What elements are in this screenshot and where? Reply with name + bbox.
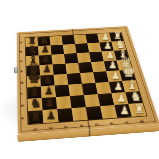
coordinate-label-a: a [19,117,24,120]
board-grid: ♜♟♟♜♞♟♟♞♝♟♟♝♛♟♟♛♚♟♟♚♝♟♟♝♞♟♟♞♜♟♟♜ [24,31,147,124]
square-r8-c4[interactable] [71,107,88,121]
square-r2-c4[interactable] [62,43,76,53]
coordinate-label-8: 8 [138,119,144,122]
coordinate-label-b: b [19,104,24,107]
photo-stage: ♜♟♟♜♞♟♟♞♝♟♟♝♛♟♟♛♚♟♟♚♝♟♟♝♞♟♟♞♜♟♟♜ 1234567… [0,0,159,159]
square-r3-c4[interactable] [64,53,78,63]
square-r6-c7[interactable]: ♟ [108,81,124,93]
black-knight[interactable]: ♞ [29,96,41,109]
square-r8-c1[interactable]: ♜ [27,110,42,124]
square-r3-c6[interactable] [89,51,104,61]
coordinate-label-7: 7 [123,120,129,123]
square-r1-c4[interactable] [61,35,74,44]
coordinate-label-5: 5 [93,122,99,125]
white-pawn[interactable]: ♟ [108,60,117,70]
square-r7-c7[interactable]: ♟ [111,92,128,105]
square-r5-c3[interactable] [53,73,68,85]
square-r6-c2[interactable]: ♟ [40,85,55,97]
coordinate-label-h: h [18,41,22,43]
coordinate-label-e: e [19,70,24,72]
black-pawn[interactable]: ♟ [43,86,52,97]
coordinate-label-g: g [18,50,22,52]
white-pawn[interactable]: ♟ [119,105,129,116]
square-r2-c3[interactable] [50,44,64,54]
square-r8-c7[interactable]: ♟ [114,104,132,118]
square-r8-c3[interactable] [57,108,73,122]
metal-clasp [14,67,18,73]
square-r6-c4[interactable] [68,83,84,95]
square-r5-c4[interactable] [66,73,81,85]
square-r8-c8[interactable]: ♜ [128,103,146,117]
square-r6-c3[interactable] [54,84,69,96]
square-r7-c3[interactable] [55,96,71,109]
black-pawn[interactable]: ♟ [45,110,55,121]
board-side-edge [16,123,159,141]
perspective-scene: ♜♟♟♜♞♟♟♞♝♟♟♝♛♟♟♛♚♟♟♚♝♟♟♝♞♟♟♞♜♟♟♜ 1234567… [0,0,159,159]
black-pawn[interactable]: ♟ [44,97,54,108]
square-r8-c2[interactable]: ♟ [42,109,58,123]
board-frame: ♜♟♟♜♞♟♟♞♝♟♟♝♛♟♟♛♚♟♟♚♝♟♟♝♞♟♟♞♜♟♟♜ 1234567… [16,26,159,134]
coordinate-label-f: f [19,60,24,62]
square-r7-c2[interactable]: ♟ [41,96,56,109]
square-r3-c3[interactable] [51,53,65,64]
white-pawn[interactable]: ♟ [116,93,126,104]
white-knight[interactable]: ♞ [129,89,141,102]
black-pawn[interactable]: ♟ [41,54,50,64]
square-r8-c5[interactable] [85,106,102,120]
coordinate-label-c: c [19,92,24,94]
coordinate-label-3: 3 [63,124,69,127]
chess-board: ♜♟♟♜♞♟♟♞♝♟♟♝♛♟♟♛♚♟♟♚♝♟♟♝♞♟♟♞♜♟♟♜ 1234567… [16,26,159,134]
square-r4-c4[interactable] [65,62,80,73]
square-r7-c4[interactable] [69,95,85,108]
square-r4-c3[interactable] [52,63,66,74]
white-pawn[interactable]: ♟ [113,81,122,91]
white-pawn[interactable]: ♟ [105,50,114,60]
white-pawn[interactable]: ♟ [110,70,119,80]
coordinate-label-d: d [19,80,24,83]
black-pawn[interactable]: ♟ [43,75,52,85]
coordinate-label-1: 1 [32,127,37,130]
coordinate-label-4: 4 [78,123,84,126]
square-r7-c6[interactable] [97,93,114,106]
white-rook[interactable]: ♜ [133,103,144,115]
square-r7-c5[interactable] [83,94,99,107]
square-r6-c6[interactable] [95,81,111,93]
square-r8-c6[interactable] [100,105,117,119]
square-r6-c5[interactable] [81,82,97,94]
coordinate-label-2: 2 [47,126,53,129]
square-r1-c3[interactable] [49,35,62,45]
coordinate-label-6: 6 [108,121,114,124]
black-rook[interactable]: ♜ [30,110,41,122]
black-pawn[interactable]: ♟ [42,64,51,74]
